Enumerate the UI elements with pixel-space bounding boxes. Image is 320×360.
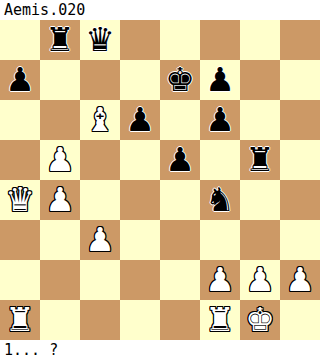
square-g1[interactable]: ♚	[240, 300, 280, 340]
square-f2[interactable]: ♟	[200, 260, 240, 300]
square-f4[interactable]: ♞	[200, 180, 240, 220]
piece-white-king[interactable]: ♚	[245, 300, 275, 340]
square-b4[interactable]: ♟	[40, 180, 80, 220]
piece-black-pawn[interactable]: ♟	[165, 140, 195, 180]
square-c8[interactable]: ♛	[80, 20, 120, 60]
square-e8[interactable]	[160, 20, 200, 60]
square-c4[interactable]	[80, 180, 120, 220]
piece-white-pawn[interactable]: ♟	[205, 260, 235, 300]
square-c3[interactable]: ♟	[80, 220, 120, 260]
square-b1[interactable]	[40, 300, 80, 340]
square-f3[interactable]	[200, 220, 240, 260]
square-h5[interactable]	[280, 140, 320, 180]
square-b8[interactable]: ♜	[40, 20, 80, 60]
square-e7[interactable]: ♚	[160, 60, 200, 100]
square-c7[interactable]	[80, 60, 120, 100]
square-e1[interactable]	[160, 300, 200, 340]
piece-black-king[interactable]: ♚	[165, 60, 195, 100]
square-h8[interactable]	[280, 20, 320, 60]
piece-black-pawn[interactable]: ♟	[5, 60, 35, 100]
square-h2[interactable]: ♟	[280, 260, 320, 300]
piece-white-pawn[interactable]: ♟	[45, 140, 75, 180]
titlebar: Aemis.020	[0, 0, 320, 20]
square-g4[interactable]	[240, 180, 280, 220]
square-h6[interactable]	[280, 100, 320, 140]
square-c5[interactable]	[80, 140, 120, 180]
piece-white-pawn[interactable]: ♟	[85, 220, 115, 260]
piece-white-pawn[interactable]: ♟	[285, 260, 315, 300]
square-b3[interactable]	[40, 220, 80, 260]
square-e4[interactable]	[160, 180, 200, 220]
square-e5[interactable]: ♟	[160, 140, 200, 180]
square-d2[interactable]	[120, 260, 160, 300]
square-f6[interactable]: ♟	[200, 100, 240, 140]
square-f8[interactable]	[200, 20, 240, 60]
piece-black-pawn[interactable]: ♟	[205, 60, 235, 100]
square-g5[interactable]: ♜	[240, 140, 280, 180]
piece-white-rook[interactable]: ♜	[205, 300, 235, 340]
square-g8[interactable]	[240, 20, 280, 60]
square-a6[interactable]	[0, 100, 40, 140]
piece-black-knight[interactable]: ♞	[205, 180, 235, 220]
square-e2[interactable]	[160, 260, 200, 300]
square-a8[interactable]	[0, 20, 40, 60]
square-b2[interactable]	[40, 260, 80, 300]
square-c2[interactable]	[80, 260, 120, 300]
square-a4[interactable]: ♛	[0, 180, 40, 220]
square-d1[interactable]	[120, 300, 160, 340]
chess-board: ♜♛♟♚♟♝♟♟♟♟♜♛♟♞♟♟♟♟♜♜♚	[0, 20, 320, 340]
square-d6[interactable]: ♟	[120, 100, 160, 140]
square-b7[interactable]	[40, 60, 80, 100]
piece-white-pawn[interactable]: ♟	[245, 260, 275, 300]
square-f5[interactable]	[200, 140, 240, 180]
piece-black-queen[interactable]: ♛	[85, 20, 115, 60]
square-h1[interactable]	[280, 300, 320, 340]
square-h7[interactable]	[280, 60, 320, 100]
square-g3[interactable]	[240, 220, 280, 260]
square-c6[interactable]: ♝	[80, 100, 120, 140]
square-a7[interactable]: ♟	[0, 60, 40, 100]
piece-white-bishop[interactable]: ♝	[85, 100, 115, 140]
square-b6[interactable]	[40, 100, 80, 140]
piece-black-pawn[interactable]: ♟	[205, 100, 235, 140]
square-d8[interactable]	[120, 20, 160, 60]
statusbar: 1... ?	[0, 340, 320, 360]
piece-white-rook[interactable]: ♜	[5, 300, 35, 340]
square-a5[interactable]	[0, 140, 40, 180]
square-a2[interactable]	[0, 260, 40, 300]
square-g7[interactable]	[240, 60, 280, 100]
square-a3[interactable]	[0, 220, 40, 260]
square-d7[interactable]	[120, 60, 160, 100]
piece-black-rook[interactable]: ♜	[45, 20, 75, 60]
window-title: Aemis.020	[4, 1, 85, 19]
piece-black-pawn[interactable]: ♟	[125, 100, 155, 140]
square-f7[interactable]: ♟	[200, 60, 240, 100]
square-b5[interactable]: ♟	[40, 140, 80, 180]
chess-app-window: Aemis.020 ♜♛♟♚♟♝♟♟♟♟♜♛♟♞♟♟♟♟♜♜♚ 1... ?	[0, 0, 320, 360]
square-e3[interactable]	[160, 220, 200, 260]
square-g6[interactable]	[240, 100, 280, 140]
square-d5[interactable]	[120, 140, 160, 180]
square-e6[interactable]	[160, 100, 200, 140]
piece-white-queen[interactable]: ♛	[5, 180, 35, 220]
square-g2[interactable]: ♟	[240, 260, 280, 300]
move-prompt: 1... ?	[4, 341, 58, 359]
piece-black-rook[interactable]: ♜	[245, 140, 275, 180]
square-h3[interactable]	[280, 220, 320, 260]
square-d4[interactable]	[120, 180, 160, 220]
square-c1[interactable]	[80, 300, 120, 340]
square-h4[interactable]	[280, 180, 320, 220]
square-d3[interactable]	[120, 220, 160, 260]
square-a1[interactable]: ♜	[0, 300, 40, 340]
piece-white-pawn[interactable]: ♟	[45, 180, 75, 220]
square-f1[interactable]: ♜	[200, 300, 240, 340]
